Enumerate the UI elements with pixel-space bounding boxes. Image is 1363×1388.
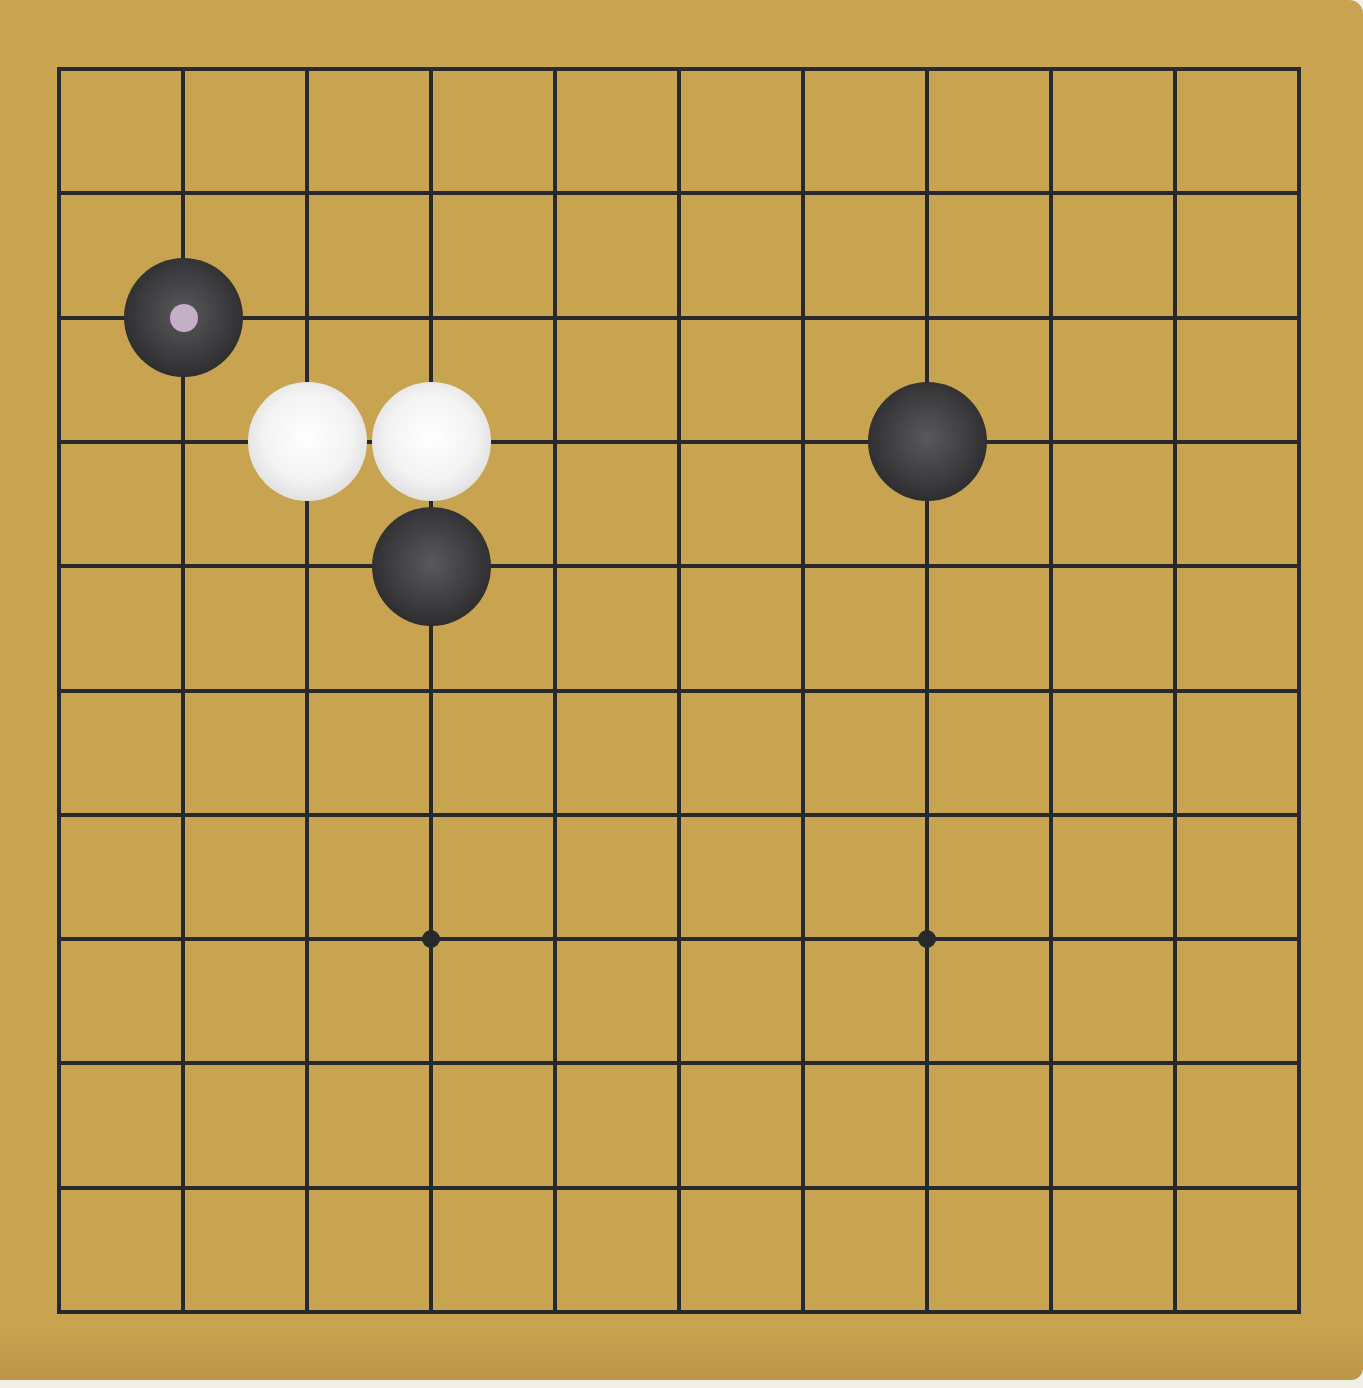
last-move-marker [170,304,198,332]
grid-line-horizontal-11 [57,1310,1301,1314]
grid-line-vertical-8 [925,67,929,1314]
grid-line-horizontal-7 [57,813,1301,817]
black-stone [372,507,491,626]
grid-line-horizontal-10 [57,1186,1301,1190]
go-board[interactable] [0,0,1363,1380]
grid-line-vertical-10 [1173,67,1177,1314]
grid-line-vertical-9 [1049,67,1053,1314]
white-stone [248,382,367,501]
grid-line-vertical-11 [1297,67,1301,1314]
black-stone [124,258,243,377]
page [0,0,1363,1388]
hoshi-point [918,930,936,948]
grid-line-vertical-7 [801,67,805,1314]
grid-line-horizontal-8 [57,937,1301,941]
white-stone [372,382,491,501]
black-stone [868,382,987,501]
grid-line-horizontal-9 [57,1061,1301,1065]
hoshi-point [422,930,440,948]
grid-line-horizontal-6 [57,689,1301,693]
